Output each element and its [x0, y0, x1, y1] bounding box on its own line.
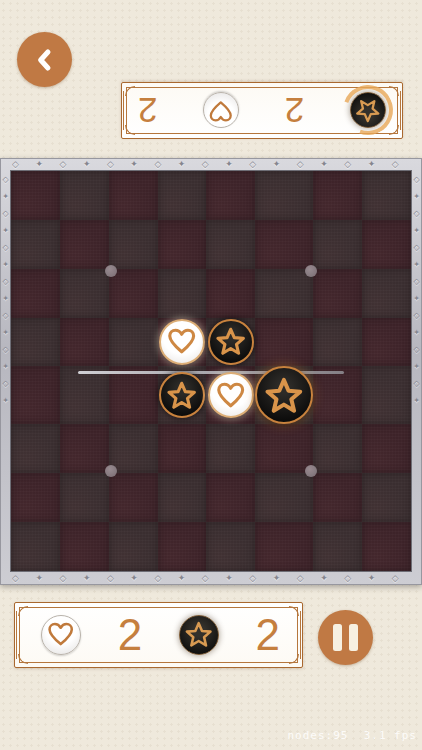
board-square[interactable] — [362, 269, 411, 318]
player-heart-score: 2 — [118, 610, 142, 660]
board-square[interactable] — [255, 269, 313, 318]
frame-ornament-bottom: ◇ ✦ ◇ ✦ ◇ ✦ ◇ ✦ ◇ ✦ ◇ ✦ ◇ ✦ ◇ ✦ ◇ ✦ ◇ ✦ … — [12, 571, 410, 585]
board-square[interactable] — [313, 171, 362, 220]
board-square[interactable] — [60, 318, 109, 367]
board-square[interactable] — [255, 171, 313, 220]
board-square[interactable] — [362, 522, 411, 571]
frame-ornament-top: ◇ ✦ ◇ ✦ ◇ ✦ ◇ ✦ ◇ ✦ ◇ ✦ ◇ ✦ ◇ ✦ ◇ ✦ ◇ ✦ … — [12, 158, 410, 171]
board-square[interactable] — [60, 473, 109, 522]
heart-piece — [208, 372, 254, 418]
pause-icon — [349, 624, 358, 651]
pause-button[interactable] — [318, 610, 373, 665]
chevron-left-icon — [31, 46, 59, 74]
board-square[interactable] — [255, 366, 313, 424]
board-square[interactable] — [109, 171, 158, 220]
opponent-star-score: 2 — [285, 91, 304, 131]
board-square[interactable] — [109, 424, 158, 473]
board-square[interactable] — [362, 220, 411, 269]
board-square[interactable] — [158, 318, 207, 367]
board-square[interactable] — [362, 171, 411, 220]
board-square[interactable] — [158, 220, 207, 269]
star-token-icon — [350, 93, 386, 129]
board-square[interactable] — [255, 424, 313, 473]
board-square[interactable] — [158, 171, 207, 220]
game-board: ◇ ✦ ◇ ✦ ◇ ✦ ◇ ✦ ◇ ✦ ◇ ✦ ◇ ✦ ◇ ✦ ◇ ✦ ◇ ✦ … — [0, 158, 422, 585]
board-square[interactable] — [11, 522, 60, 571]
board-square[interactable] — [362, 366, 411, 424]
board-square[interactable] — [109, 318, 158, 367]
board-square[interactable] — [109, 473, 158, 522]
player-score-panel: 2 2 — [14, 602, 303, 668]
board-square[interactable] — [60, 220, 109, 269]
board-square[interactable] — [109, 220, 158, 269]
board-square[interactable] — [60, 269, 109, 318]
heart-token-icon — [203, 93, 239, 129]
board-square[interactable] — [11, 424, 60, 473]
debug-stats-text: nodes:95 3.1 fps — [287, 729, 417, 742]
board-guide-dot — [105, 465, 117, 477]
board-square[interactable] — [313, 366, 362, 424]
board-square[interactable] — [313, 522, 362, 571]
board-square[interactable] — [313, 220, 362, 269]
back-button[interactable] — [17, 32, 72, 87]
board-square[interactable] — [362, 424, 411, 473]
board-square[interactable] — [206, 473, 255, 522]
board-square[interactable] — [158, 424, 207, 473]
board-square[interactable] — [158, 473, 207, 522]
heart-piece — [159, 319, 205, 365]
board-square[interactable] — [206, 318, 255, 367]
board-square[interactable] — [362, 318, 411, 367]
board-square[interactable] — [11, 220, 60, 269]
board-square[interactable] — [206, 269, 255, 318]
frame-ornament-left: ◇✦◇✦◇✦◇✦◇✦◇✦◇✦ — [0, 171, 11, 571]
board-guide-dot — [105, 265, 117, 277]
board-square[interactable] — [158, 366, 207, 424]
board-square[interactable] — [109, 269, 158, 318]
board-square[interactable] — [206, 522, 255, 571]
game-screen: 2 2 ◇ ✦ ◇ ✦ ◇ ✦ ◇ ✦ ◇ ✦ ◇ ✦ ◇ ✦ ◇ ✦ ◇ ✦ … — [0, 0, 422, 750]
board-square[interactable] — [206, 424, 255, 473]
board-guide-dot — [305, 265, 317, 277]
board-square[interactable] — [109, 366, 158, 424]
board-square[interactable] — [60, 366, 109, 424]
board-square[interactable] — [255, 220, 313, 269]
board-guide-dot — [305, 465, 317, 477]
board-square[interactable] — [11, 366, 60, 424]
star-piece — [255, 366, 313, 424]
board-square[interactable] — [109, 522, 158, 571]
pause-icon — [333, 624, 342, 651]
board-square[interactable] — [11, 171, 60, 220]
board-square[interactable] — [206, 220, 255, 269]
opponent-score-panel: 2 2 — [121, 82, 403, 139]
star-piece — [208, 319, 254, 365]
board-square[interactable] — [158, 522, 207, 571]
star-piece — [159, 372, 205, 418]
board-square[interactable] — [206, 366, 255, 424]
board-square[interactable] — [206, 171, 255, 220]
board-square[interactable] — [158, 269, 207, 318]
opponent-heart-score: 2 — [138, 91, 157, 131]
board-square[interactable] — [255, 318, 313, 367]
board-square[interactable] — [60, 424, 109, 473]
heart-token-icon — [41, 615, 81, 655]
board-square[interactable] — [11, 473, 60, 522]
board-square[interactable] — [11, 318, 60, 367]
board-square[interactable] — [60, 522, 109, 571]
board-play-area — [11, 171, 411, 571]
board-square[interactable] — [11, 269, 60, 318]
frame-ornament-right: ◇✦◇✦◇✦◇✦◇✦◇✦◇✦ — [411, 171, 422, 571]
player-star-score: 2 — [256, 610, 280, 660]
board-square[interactable] — [313, 424, 362, 473]
board-square[interactable] — [313, 473, 362, 522]
star-token-icon — [179, 615, 219, 655]
board-square[interactable] — [313, 318, 362, 367]
board-square[interactable] — [255, 522, 313, 571]
board-square[interactable] — [255, 473, 313, 522]
board-square[interactable] — [60, 171, 109, 220]
board-square[interactable] — [313, 269, 362, 318]
board-square[interactable] — [362, 473, 411, 522]
